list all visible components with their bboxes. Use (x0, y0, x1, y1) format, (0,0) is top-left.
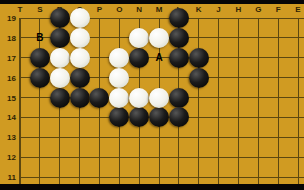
white-stone-O16[interactable] (109, 68, 129, 88)
row-label-19: 19 (0, 14, 16, 23)
column-label-P: P (97, 4, 102, 15)
white-stone-M18[interactable] (149, 28, 169, 48)
column-label-S: S (37, 4, 42, 15)
grid-line-col-S (39, 18, 40, 184)
grid-line-row-12 (20, 157, 304, 158)
black-stone-L18[interactable] (169, 28, 189, 48)
black-stone-L17[interactable] (169, 48, 189, 68)
black-stone-Q16[interactable] (70, 68, 90, 88)
white-stone-N15[interactable] (129, 88, 149, 108)
white-stone-O15[interactable] (109, 88, 129, 108)
column-label-H: H (236, 4, 242, 15)
bottom-border-strip (0, 184, 304, 190)
black-stone-R19[interactable] (50, 8, 70, 28)
column-label-E: E (295, 4, 300, 15)
black-stone-K16[interactable] (189, 68, 209, 88)
grid-line-col-H (238, 18, 239, 184)
grid-line-col-T (19, 18, 21, 184)
white-stone-Q18[interactable] (70, 28, 90, 48)
grid-line-row-13 (20, 137, 304, 138)
white-stone-R17[interactable] (50, 48, 70, 68)
black-stone-N14[interactable] (129, 107, 149, 127)
black-stone-K17[interactable] (189, 48, 209, 68)
black-stone-O14[interactable] (109, 107, 129, 127)
column-label-M: M (156, 4, 163, 15)
row-label-13: 13 (0, 133, 16, 142)
white-stone-R16[interactable] (50, 68, 70, 88)
column-label-N: N (136, 4, 142, 15)
go-board-screen: TSRQPONMLKJHGFE191817161514131211AB (0, 0, 304, 190)
column-label-F: F (276, 4, 281, 15)
grid-line-col-G (258, 18, 259, 184)
row-label-14: 14 (0, 113, 16, 122)
mark-label-B[interactable]: B (36, 33, 43, 43)
black-stone-R18[interactable] (50, 28, 70, 48)
row-label-11: 11 (0, 173, 16, 182)
black-stone-S16[interactable] (30, 68, 50, 88)
black-stone-S17[interactable] (30, 48, 50, 68)
column-label-K: K (196, 4, 202, 15)
column-label-O: O (116, 4, 122, 15)
grid-line-col-F (278, 18, 279, 184)
grid-line-row-11 (20, 177, 304, 178)
black-stone-P15[interactable] (89, 88, 109, 108)
mark-label-A[interactable]: A (155, 53, 162, 63)
grid-line-col-E (298, 18, 299, 184)
black-stone-L14[interactable] (169, 107, 189, 127)
white-stone-O17[interactable] (109, 48, 129, 68)
black-stone-R15[interactable] (50, 88, 70, 108)
row-label-16: 16 (0, 73, 16, 82)
grid-line-col-K (198, 18, 199, 184)
row-label-17: 17 (0, 53, 16, 62)
row-label-18: 18 (0, 33, 16, 42)
black-stone-M14[interactable] (149, 107, 169, 127)
row-label-15: 15 (0, 93, 16, 102)
column-label-G: G (255, 4, 261, 15)
black-stone-N17[interactable] (129, 48, 149, 68)
row-label-12: 12 (0, 153, 16, 162)
column-label-J: J (216, 4, 220, 15)
white-stone-Q17[interactable] (70, 48, 90, 68)
grid-line-col-J (218, 18, 219, 184)
black-stone-L19[interactable] (169, 8, 189, 28)
black-stone-L15[interactable] (169, 88, 189, 108)
column-label-T: T (18, 4, 23, 15)
white-stone-M15[interactable] (149, 88, 169, 108)
black-stone-Q15[interactable] (70, 88, 90, 108)
white-stone-N18[interactable] (129, 28, 149, 48)
white-stone-Q19[interactable] (70, 8, 90, 28)
